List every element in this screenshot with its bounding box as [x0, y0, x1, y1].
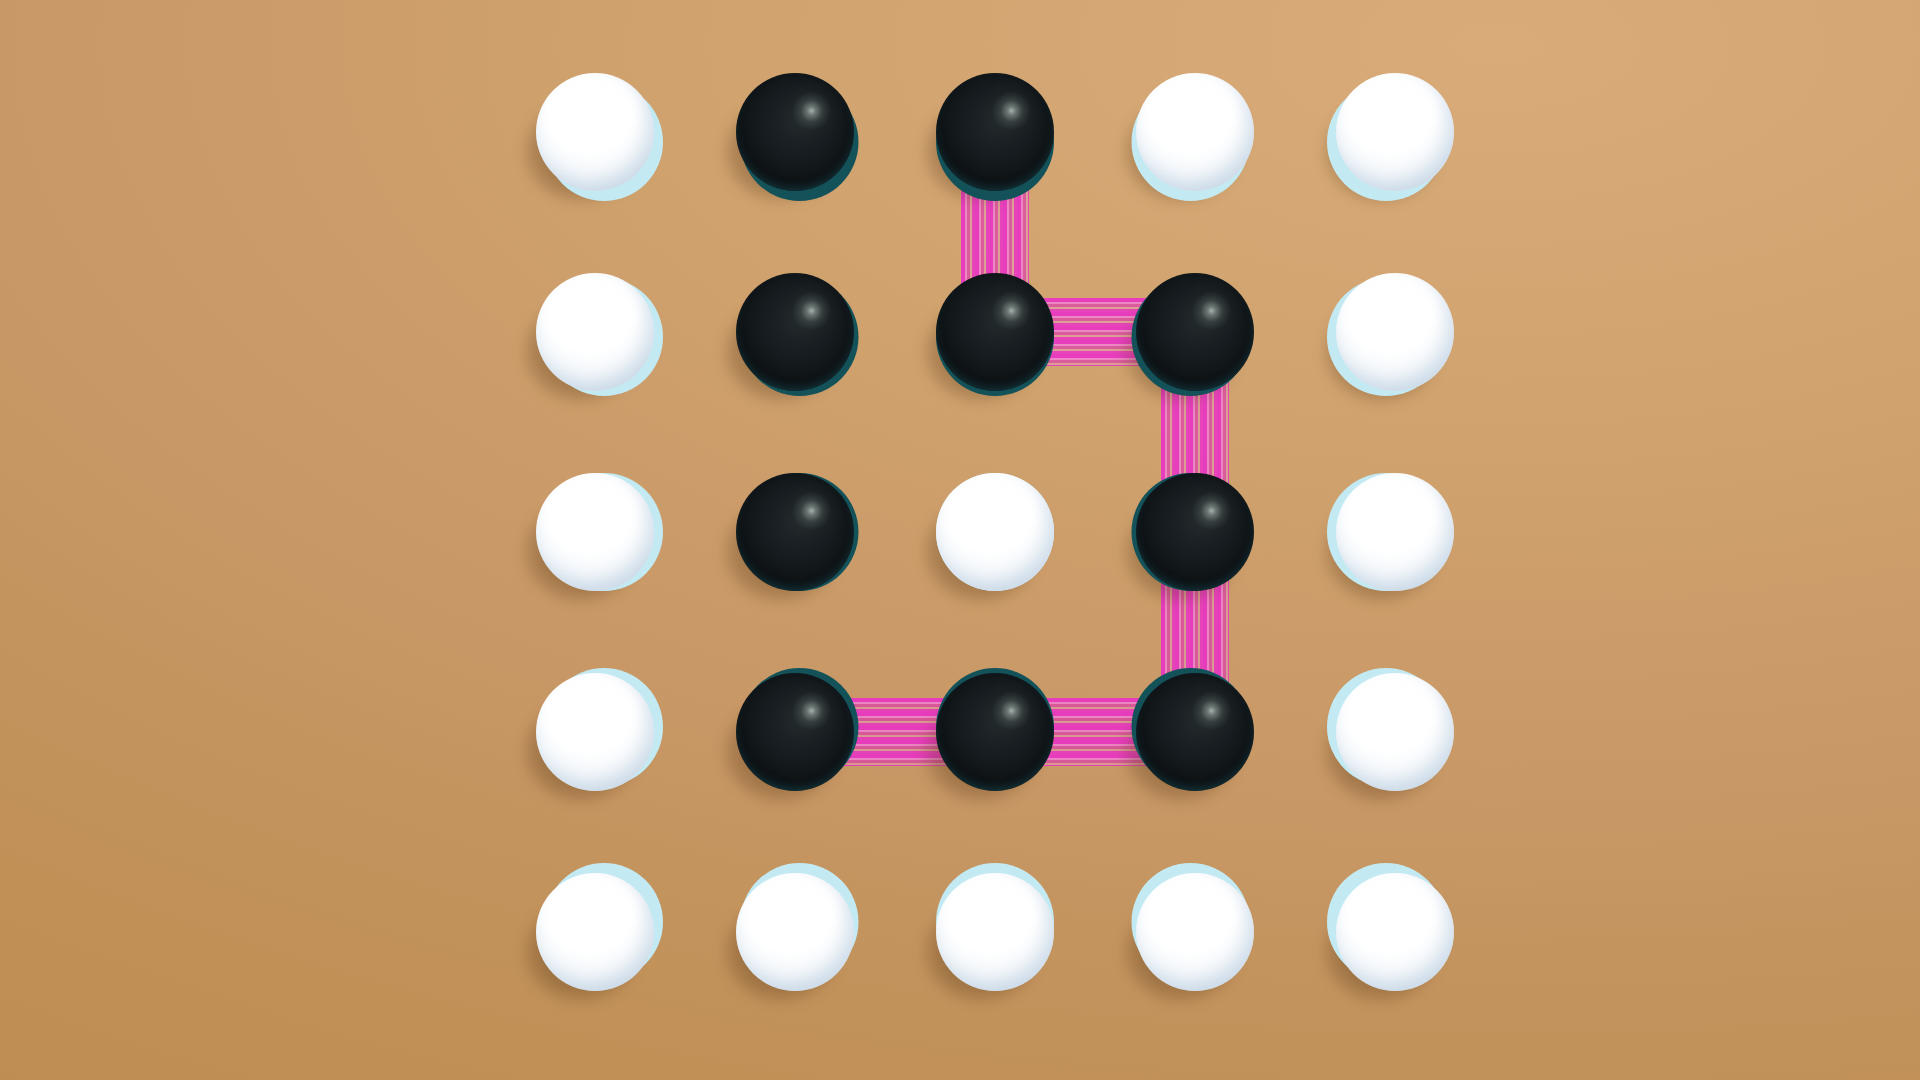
cell-r1c0 — [495, 232, 695, 432]
cell-r2c2 — [895, 432, 1095, 632]
cell-r2c1 — [695, 432, 895, 632]
white-ball[interactable] — [936, 473, 1054, 591]
black-ball[interactable] — [1136, 673, 1254, 791]
cell-r1c3 — [1095, 232, 1295, 432]
cell-r0c1 — [695, 32, 895, 232]
cell-r4c4 — [1295, 832, 1495, 1032]
white-ball[interactable] — [536, 673, 654, 791]
cell-r3c3 — [1095, 632, 1295, 832]
cell-r0c3 — [1095, 32, 1295, 232]
game-background — [0, 0, 1920, 1080]
black-ball[interactable] — [936, 673, 1054, 791]
cell-r0c0 — [495, 32, 695, 232]
cell-r0c2 — [895, 32, 1095, 232]
white-ball[interactable] — [736, 873, 854, 991]
cell-r2c3 — [1095, 432, 1295, 632]
white-ball[interactable] — [1336, 473, 1454, 591]
white-ball[interactable] — [536, 73, 654, 191]
cell-r3c2 — [895, 632, 1095, 832]
white-ball[interactable] — [1336, 273, 1454, 391]
cell-r4c3 — [1095, 832, 1295, 1032]
cell-r4c1 — [695, 832, 895, 1032]
board — [495, 32, 1495, 1032]
cell-r3c4 — [1295, 632, 1495, 832]
cell-r3c1 — [695, 632, 895, 832]
cell-r2c0 — [495, 432, 695, 632]
black-ball[interactable] — [1136, 473, 1254, 591]
white-ball[interactable] — [536, 873, 654, 991]
white-ball[interactable] — [1336, 873, 1454, 991]
black-ball[interactable] — [736, 73, 854, 191]
cell-r0c4 — [1295, 32, 1495, 232]
black-ball[interactable] — [936, 273, 1054, 391]
white-ball[interactable] — [936, 873, 1054, 991]
cell-r3c0 — [495, 632, 695, 832]
cell-r2c4 — [1295, 432, 1495, 632]
white-ball[interactable] — [1336, 73, 1454, 191]
white-ball[interactable] — [536, 273, 654, 391]
black-ball[interactable] — [936, 73, 1054, 191]
cell-r1c2 — [895, 232, 1095, 432]
black-ball[interactable] — [1136, 273, 1254, 391]
cell-r1c4 — [1295, 232, 1495, 432]
black-ball[interactable] — [736, 473, 854, 591]
white-ball[interactable] — [1136, 73, 1254, 191]
cell-r1c1 — [695, 232, 895, 432]
black-ball[interactable] — [736, 673, 854, 791]
white-ball[interactable] — [536, 473, 654, 591]
cell-r4c2 — [895, 832, 1095, 1032]
white-ball[interactable] — [1336, 673, 1454, 791]
black-ball[interactable] — [736, 273, 854, 391]
white-ball[interactable] — [1136, 873, 1254, 991]
cell-r4c0 — [495, 832, 695, 1032]
